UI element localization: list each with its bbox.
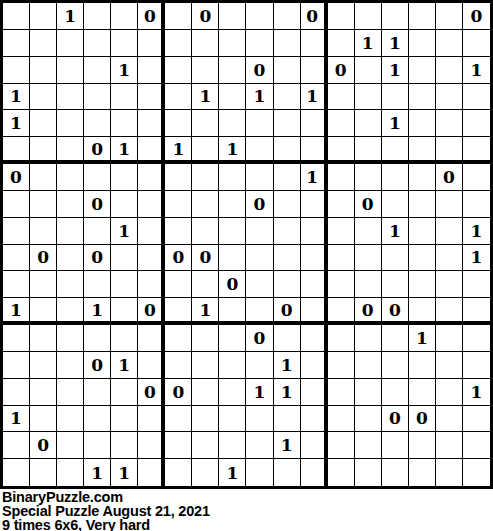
cell-r10c4-given-0: 0	[84, 245, 111, 272]
cell-r9c16-empty[interactable]	[409, 218, 436, 245]
cell-r7c13-empty[interactable]	[328, 164, 355, 191]
cell-r15c12-empty[interactable]	[301, 379, 328, 406]
cell-r5c3-empty[interactable]	[57, 110, 84, 137]
cell-r11c9-given-0: 0	[219, 271, 246, 298]
cell-r2c5-empty[interactable]	[111, 30, 138, 57]
cell-r4c15-empty[interactable]	[382, 84, 409, 111]
cell-r15c2-empty[interactable]	[30, 379, 57, 406]
cell-r5c10-empty[interactable]	[246, 110, 273, 137]
cell-r14c5-given-1: 1	[111, 352, 138, 379]
cell-r14c2-empty[interactable]	[30, 352, 57, 379]
cell-r8c3-empty[interactable]	[57, 191, 84, 218]
cell-r13c8-empty[interactable]	[192, 325, 219, 352]
cell-r13c15-empty[interactable]	[382, 325, 409, 352]
cell-r16c13-empty[interactable]	[328, 406, 355, 433]
cell-r7c2-empty[interactable]	[30, 164, 57, 191]
cell-r7c14-empty[interactable]	[355, 164, 382, 191]
cell-r11c14-empty[interactable]	[355, 271, 382, 298]
cell-r8c1-empty[interactable]	[3, 191, 30, 218]
cell-r5c7-empty[interactable]	[165, 110, 192, 137]
cell-r9c3-empty[interactable]	[57, 218, 84, 245]
cell-r2c2-empty[interactable]	[30, 30, 57, 57]
cell-r9c9-empty[interactable]	[219, 218, 246, 245]
cell-r16c9-empty[interactable]	[219, 406, 246, 433]
cell-r3c16-empty[interactable]	[409, 57, 436, 84]
cell-r5c4-empty[interactable]	[84, 110, 111, 137]
cell-r3c13-given-0: 0	[328, 57, 355, 84]
cell-r11c17-empty[interactable]	[436, 271, 463, 298]
cell-r2c17-empty[interactable]	[436, 30, 463, 57]
cell-r13c6-empty[interactable]	[138, 325, 165, 352]
cell-r3c5-given-1: 1	[111, 57, 138, 84]
cell-r11c16-empty[interactable]	[409, 271, 436, 298]
cell-r4c3-empty[interactable]	[57, 84, 84, 111]
cell-r6c2-empty[interactable]	[30, 137, 57, 164]
cell-r7c10-empty[interactable]	[246, 164, 273, 191]
cell-r15c5-empty[interactable]	[111, 379, 138, 406]
cell-r9c4-empty[interactable]	[84, 218, 111, 245]
cell-r15c8-empty[interactable]	[192, 379, 219, 406]
cell-r13c10-given-0: 0	[246, 325, 273, 352]
cell-r15c17-empty[interactable]	[436, 379, 463, 406]
cell-r18c6-empty[interactable]	[138, 459, 165, 486]
cell-r16c11-empty[interactable]	[274, 406, 301, 433]
cell-r1c6-given-0: 0	[138, 3, 165, 30]
cell-r2c3-empty[interactable]	[57, 30, 84, 57]
cell-r4c9-empty[interactable]	[219, 84, 246, 111]
cell-r4c6-empty[interactable]	[138, 84, 165, 111]
cell-r16c15-given-0: 0	[382, 406, 409, 433]
cell-r13c17-empty[interactable]	[436, 325, 463, 352]
cell-r1c17-empty[interactable]	[436, 3, 463, 30]
cell-r10c7-given-0: 0	[165, 245, 192, 272]
cell-r12c13-empty[interactable]	[328, 298, 355, 325]
cell-r13c7-empty[interactable]	[165, 325, 192, 352]
cell-r6c4-given-0: 0	[84, 137, 111, 164]
cell-r16c6-empty[interactable]	[138, 406, 165, 433]
cell-r3c6-empty[interactable]	[138, 57, 165, 84]
cell-r13c1-empty[interactable]	[3, 325, 30, 352]
cell-r8c12-empty[interactable]	[301, 191, 328, 218]
cell-r6c16-empty[interactable]	[409, 137, 436, 164]
cell-r2c8-empty[interactable]	[192, 30, 219, 57]
cell-r16c14-empty[interactable]	[355, 406, 382, 433]
cell-r7c5-empty[interactable]	[111, 164, 138, 191]
cell-r15c16-empty[interactable]	[409, 379, 436, 406]
cell-r16c2-empty[interactable]	[30, 406, 57, 433]
cell-r4c2-empty[interactable]	[30, 84, 57, 111]
cell-r16c8-empty[interactable]	[192, 406, 219, 433]
cell-r17c12-empty[interactable]	[301, 432, 328, 459]
cell-r17c18-empty[interactable]	[463, 432, 490, 459]
cell-r17c10-empty[interactable]	[246, 432, 273, 459]
cell-r14c14-empty[interactable]	[355, 352, 382, 379]
cell-r13c14-empty[interactable]	[355, 325, 382, 352]
cell-r1c18-given-0: 0	[463, 3, 490, 30]
cell-r9c10-empty[interactable]	[246, 218, 273, 245]
cell-r12c9-empty[interactable]	[219, 298, 246, 325]
cell-r6c13-empty[interactable]	[328, 137, 355, 164]
cell-r9c8-empty[interactable]	[192, 218, 219, 245]
cell-r4c14-empty[interactable]	[355, 84, 382, 111]
cell-r8c11-empty[interactable]	[274, 191, 301, 218]
cell-r16c7-empty[interactable]	[165, 406, 192, 433]
cell-r8c6-empty[interactable]	[138, 191, 165, 218]
cell-r1c16-empty[interactable]	[409, 3, 436, 30]
cell-r3c17-empty[interactable]	[436, 57, 463, 84]
cell-r16c1-given-1: 1	[3, 406, 30, 433]
cell-r17c11-given-1: 1	[274, 432, 301, 459]
cell-r14c6-empty[interactable]	[138, 352, 165, 379]
cell-r1c11-empty[interactable]	[274, 3, 301, 30]
cell-r18c7-empty[interactable]	[165, 459, 192, 486]
cell-r11c8-empty[interactable]	[192, 271, 219, 298]
cell-r10c9-empty[interactable]	[219, 245, 246, 272]
cell-r18c3-empty[interactable]	[57, 459, 84, 486]
cell-r16c12-empty[interactable]	[301, 406, 328, 433]
cell-r5c2-empty[interactable]	[30, 110, 57, 137]
cell-r7c11-empty[interactable]	[274, 164, 301, 191]
cell-r8c15-empty[interactable]	[382, 191, 409, 218]
cell-r11c6-empty[interactable]	[138, 271, 165, 298]
cell-r5c1-given-1: 1	[3, 110, 30, 137]
cell-r2c12-empty[interactable]	[301, 30, 328, 57]
cell-r12c3-empty[interactable]	[57, 298, 84, 325]
cell-r12c10-empty[interactable]	[246, 298, 273, 325]
cell-r5c16-empty[interactable]	[409, 110, 436, 137]
cell-r1c14-empty[interactable]	[355, 3, 382, 30]
cell-r3c12-empty[interactable]	[301, 57, 328, 84]
cell-r8c18-empty[interactable]	[463, 191, 490, 218]
cell-r8c2-empty[interactable]	[30, 191, 57, 218]
cell-r6c11-empty[interactable]	[274, 137, 301, 164]
cell-r8c5-empty[interactable]	[111, 191, 138, 218]
cell-r16c16-given-0: 0	[409, 406, 436, 433]
cell-r8c17-empty[interactable]	[436, 191, 463, 218]
cell-r7c18-empty[interactable]	[463, 164, 490, 191]
cell-r6c5-given-1: 1	[111, 137, 138, 164]
cell-r18c10-empty[interactable]	[246, 459, 273, 486]
cell-r14c15-empty[interactable]	[382, 352, 409, 379]
cell-r5c12-empty[interactable]	[301, 110, 328, 137]
cell-r17c17-empty[interactable]	[436, 432, 463, 459]
cell-r14c12-empty[interactable]	[301, 352, 328, 379]
cell-r10c16-empty[interactable]	[409, 245, 436, 272]
cell-r10c11-empty[interactable]	[274, 245, 301, 272]
cell-r11c11-empty[interactable]	[274, 271, 301, 298]
cell-r3c2-empty[interactable]	[30, 57, 57, 84]
cell-r4c18-empty[interactable]	[463, 84, 490, 111]
cell-r5c11-empty[interactable]	[274, 110, 301, 137]
cell-r18c5-given-1: 1	[111, 459, 138, 486]
cell-r12c2-empty[interactable]	[30, 298, 57, 325]
cell-r3c14-empty[interactable]	[355, 57, 382, 84]
cell-r9c2-empty[interactable]	[30, 218, 57, 245]
cell-r6c6-empty[interactable]	[138, 137, 165, 164]
cell-r3c3-empty[interactable]	[57, 57, 84, 84]
cell-r1c5-empty[interactable]	[111, 3, 138, 30]
cell-r4c4-empty[interactable]	[84, 84, 111, 111]
cell-r4c7-empty[interactable]	[165, 84, 192, 111]
cell-r10c10-empty[interactable]	[246, 245, 273, 272]
cell-r2c10-empty[interactable]	[246, 30, 273, 57]
cell-r18c8-empty[interactable]	[192, 459, 219, 486]
cell-r18c18-empty[interactable]	[463, 459, 490, 486]
cell-r18c11-empty[interactable]	[274, 459, 301, 486]
cell-r13c18-empty[interactable]	[463, 325, 490, 352]
cell-r11c15-empty[interactable]	[382, 271, 409, 298]
cell-r17c3-empty[interactable]	[57, 432, 84, 459]
cell-r17c6-empty[interactable]	[138, 432, 165, 459]
cell-r14c7-empty[interactable]	[165, 352, 192, 379]
cell-r6c18-empty[interactable]	[463, 137, 490, 164]
cell-r13c5-empty[interactable]	[111, 325, 138, 352]
cell-r11c7-empty[interactable]	[165, 271, 192, 298]
cell-r14c13-empty[interactable]	[328, 352, 355, 379]
cell-r8c16-empty[interactable]	[409, 191, 436, 218]
cell-r7c3-empty[interactable]	[57, 164, 84, 191]
cell-r5c18-empty[interactable]	[463, 110, 490, 137]
cell-r15c15-empty[interactable]	[382, 379, 409, 406]
cell-r2c4-empty[interactable]	[84, 30, 111, 57]
cell-r10c17-empty[interactable]	[436, 245, 463, 272]
cell-r6c1-empty[interactable]	[3, 137, 30, 164]
cell-r9c14-empty[interactable]	[355, 218, 382, 245]
cell-r15c7-given-0: 0	[165, 379, 192, 406]
cell-r3c1-empty[interactable]	[3, 57, 30, 84]
cell-r2c13-empty[interactable]	[328, 30, 355, 57]
cell-r11c5-empty[interactable]	[111, 271, 138, 298]
cell-r1c3-given-1: 1	[57, 3, 84, 30]
cell-r5c9-empty[interactable]	[219, 110, 246, 137]
cell-r5c17-empty[interactable]	[436, 110, 463, 137]
cell-r18c17-empty[interactable]	[436, 459, 463, 486]
cell-r14c1-empty[interactable]	[3, 352, 30, 379]
cell-r18c1-empty[interactable]	[3, 459, 30, 486]
cell-r3c11-empty[interactable]	[274, 57, 301, 84]
cell-r2c16-empty[interactable]	[409, 30, 436, 57]
cell-r18c16-empty[interactable]	[409, 459, 436, 486]
cell-r9c1-empty[interactable]	[3, 218, 30, 245]
cell-r3c8-empty[interactable]	[192, 57, 219, 84]
cell-r18c2-empty[interactable]	[30, 459, 57, 486]
cell-r15c10-given-1: 1	[246, 379, 273, 406]
cell-r17c14-empty[interactable]	[355, 432, 382, 459]
cell-r7c7-empty[interactable]	[165, 164, 192, 191]
cell-r11c12-empty[interactable]	[301, 271, 328, 298]
cell-r4c1-given-1: 1	[3, 84, 30, 111]
cell-r2c7-empty[interactable]	[165, 30, 192, 57]
cell-r12c5-empty[interactable]	[111, 298, 138, 325]
cell-r4c12-given-1: 1	[301, 84, 328, 111]
cell-r16c10-empty[interactable]	[246, 406, 273, 433]
cell-r1c12-given-0: 0	[301, 3, 328, 30]
cell-r15c9-empty[interactable]	[219, 379, 246, 406]
cell-r15c14-empty[interactable]	[355, 379, 382, 406]
cell-r12c17-empty[interactable]	[436, 298, 463, 325]
cell-r17c9-empty[interactable]	[219, 432, 246, 459]
cell-r4c5-empty[interactable]	[111, 84, 138, 111]
cell-r4c13-empty[interactable]	[328, 84, 355, 111]
cell-r10c6-empty[interactable]	[138, 245, 165, 272]
cell-r11c13-empty[interactable]	[328, 271, 355, 298]
cell-r12c6-given-0: 0	[138, 298, 165, 325]
cell-r13c9-empty[interactable]	[219, 325, 246, 352]
footer-subtitle: Special Puzzle August 21, 2021	[2, 504, 493, 518]
cell-r12c7-empty[interactable]	[165, 298, 192, 325]
cell-r18c4-given-1: 1	[84, 459, 111, 486]
cell-r6c15-empty[interactable]	[382, 137, 409, 164]
cell-r14c3-empty[interactable]	[57, 352, 84, 379]
cell-r15c13-empty[interactable]	[328, 379, 355, 406]
cell-r2c1-empty[interactable]	[3, 30, 30, 57]
cell-r13c2-empty[interactable]	[30, 325, 57, 352]
cell-r9c7-empty[interactable]	[165, 218, 192, 245]
cell-r16c5-empty[interactable]	[111, 406, 138, 433]
cell-r7c4-empty[interactable]	[84, 164, 111, 191]
cell-r15c11-given-1: 1	[274, 379, 301, 406]
cell-r14c17-empty[interactable]	[436, 352, 463, 379]
cell-r13c13-empty[interactable]	[328, 325, 355, 352]
cell-r7c1-given-0: 0	[3, 164, 30, 191]
cell-r15c3-empty[interactable]	[57, 379, 84, 406]
cell-r11c1-empty[interactable]	[3, 271, 30, 298]
cell-r17c4-empty[interactable]	[84, 432, 111, 459]
cell-r13c11-empty[interactable]	[274, 325, 301, 352]
cell-r9c13-empty[interactable]	[328, 218, 355, 245]
cell-r18c13-empty[interactable]	[328, 459, 355, 486]
footer: BinaryPuzzle.com Special Puzzle August 2…	[0, 489, 493, 531]
cell-r2c6-empty[interactable]	[138, 30, 165, 57]
cell-r18c14-empty[interactable]	[355, 459, 382, 486]
cell-r14c10-empty[interactable]	[246, 352, 273, 379]
cell-r12c18-empty[interactable]	[463, 298, 490, 325]
cell-r15c1-empty[interactable]	[3, 379, 30, 406]
cell-r1c13-empty[interactable]	[328, 3, 355, 30]
cell-r1c9-empty[interactable]	[219, 3, 246, 30]
cell-r6c14-empty[interactable]	[355, 137, 382, 164]
cell-r18c15-empty[interactable]	[382, 459, 409, 486]
cell-r11c4-empty[interactable]	[84, 271, 111, 298]
cell-r1c15-empty[interactable]	[382, 3, 409, 30]
cell-r3c18-given-1: 1	[463, 57, 490, 84]
cell-r8c14-given-0: 0	[355, 191, 382, 218]
cell-r17c5-empty[interactable]	[111, 432, 138, 459]
cell-r11c10-empty[interactable]	[246, 271, 273, 298]
cell-r17c13-empty[interactable]	[328, 432, 355, 459]
cell-r7c16-empty[interactable]	[409, 164, 436, 191]
cell-r1c1-empty[interactable]	[3, 3, 30, 30]
cell-r18c12-empty[interactable]	[301, 459, 328, 486]
cell-r11c18-empty[interactable]	[463, 271, 490, 298]
cell-r1c4-empty[interactable]	[84, 3, 111, 30]
cell-r17c8-empty[interactable]	[192, 432, 219, 459]
cell-r16c18-empty[interactable]	[463, 406, 490, 433]
cell-r8c9-empty[interactable]	[219, 191, 246, 218]
cell-r9c11-empty[interactable]	[274, 218, 301, 245]
cell-r14c8-empty[interactable]	[192, 352, 219, 379]
cell-r8c7-empty[interactable]	[165, 191, 192, 218]
cell-r4c11-empty[interactable]	[274, 84, 301, 111]
cell-r11c2-empty[interactable]	[30, 271, 57, 298]
cell-r14c16-empty[interactable]	[409, 352, 436, 379]
cell-r5c5-empty[interactable]	[111, 110, 138, 137]
cell-r7c9-empty[interactable]	[219, 164, 246, 191]
cell-r14c9-empty[interactable]	[219, 352, 246, 379]
cell-r10c5-empty[interactable]	[111, 245, 138, 272]
cell-r9c6-empty[interactable]	[138, 218, 165, 245]
cell-r6c8-empty[interactable]	[192, 137, 219, 164]
cell-r5c15-given-1: 1	[382, 110, 409, 137]
cell-r2c9-empty[interactable]	[219, 30, 246, 57]
cell-r13c12-empty[interactable]	[301, 325, 328, 352]
footer-site: BinaryPuzzle.com	[2, 490, 493, 504]
cell-r5c13-empty[interactable]	[328, 110, 355, 137]
cell-r10c12-empty[interactable]	[301, 245, 328, 272]
cell-r16c3-empty[interactable]	[57, 406, 84, 433]
cell-r15c4-empty[interactable]	[84, 379, 111, 406]
cell-r10c14-empty[interactable]	[355, 245, 382, 272]
cell-r12c16-empty[interactable]	[409, 298, 436, 325]
cell-r1c7-empty[interactable]	[165, 3, 192, 30]
cell-r8c8-empty[interactable]	[192, 191, 219, 218]
cell-r4c17-empty[interactable]	[436, 84, 463, 111]
cell-r12c12-empty[interactable]	[301, 298, 328, 325]
cell-r13c4-empty[interactable]	[84, 325, 111, 352]
cell-r9c15-given-1: 1	[382, 218, 409, 245]
cell-r12c8-given-1: 1	[192, 298, 219, 325]
cell-r9c12-empty[interactable]	[301, 218, 328, 245]
cell-r8c10-given-0: 0	[246, 191, 273, 218]
puzzle-board: 1000011100111111110111010000111000010110…	[0, 0, 493, 489]
cell-r3c4-empty[interactable]	[84, 57, 111, 84]
cell-r6c17-empty[interactable]	[436, 137, 463, 164]
cell-r2c11-empty[interactable]	[274, 30, 301, 57]
cell-r15c6-given-0: 0	[138, 379, 165, 406]
cell-r6c10-empty[interactable]	[246, 137, 273, 164]
cell-r7c6-empty[interactable]	[138, 164, 165, 191]
cell-r8c13-empty[interactable]	[328, 191, 355, 218]
cell-r7c15-empty[interactable]	[382, 164, 409, 191]
cell-r17c7-empty[interactable]	[165, 432, 192, 459]
cell-r10c13-empty[interactable]	[328, 245, 355, 272]
cell-r2c18-empty[interactable]	[463, 30, 490, 57]
cell-r6c3-empty[interactable]	[57, 137, 84, 164]
cell-r16c17-empty[interactable]	[436, 406, 463, 433]
cell-r5c6-empty[interactable]	[138, 110, 165, 137]
cell-r3c7-empty[interactable]	[165, 57, 192, 84]
cell-r11c3-empty[interactable]	[57, 271, 84, 298]
cell-r5c14-empty[interactable]	[355, 110, 382, 137]
cell-r1c2-empty[interactable]	[30, 3, 57, 30]
cell-r5c8-empty[interactable]	[192, 110, 219, 137]
cell-r1c10-empty[interactable]	[246, 3, 273, 30]
cell-r10c15-empty[interactable]	[382, 245, 409, 272]
cell-r9c17-empty[interactable]	[436, 218, 463, 245]
cell-r7c8-empty[interactable]	[192, 164, 219, 191]
cell-r10c1-empty[interactable]	[3, 245, 30, 272]
cell-r14c18-empty[interactable]	[463, 352, 490, 379]
cell-r13c3-empty[interactable]	[57, 325, 84, 352]
cell-r10c3-empty[interactable]	[57, 245, 84, 272]
cell-r3c9-empty[interactable]	[219, 57, 246, 84]
cell-r16c4-empty[interactable]	[84, 406, 111, 433]
cell-r17c15-empty[interactable]	[382, 432, 409, 459]
cell-r4c16-empty[interactable]	[409, 84, 436, 111]
cell-r6c12-empty[interactable]	[301, 137, 328, 164]
cell-r17c1-empty[interactable]	[3, 432, 30, 459]
cell-r17c16-empty[interactable]	[409, 432, 436, 459]
